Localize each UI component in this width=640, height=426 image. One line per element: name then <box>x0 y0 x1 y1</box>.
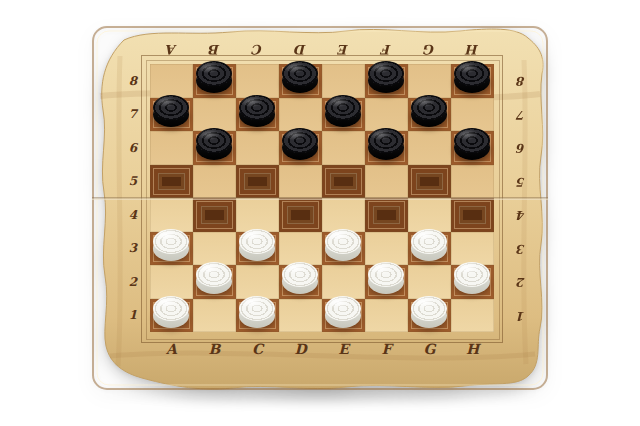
square-a6[interactable] <box>150 131 193 165</box>
file-label-bottom-A: A <box>150 338 193 360</box>
square-d2[interactable] <box>279 265 322 299</box>
square-g2[interactable] <box>408 265 451 299</box>
square-e2[interactable] <box>322 265 365 299</box>
square-f8[interactable] <box>365 64 408 98</box>
file-label-bottom-E: E <box>322 338 365 360</box>
rank-label-left-5: 5 <box>122 165 144 199</box>
square-f4[interactable] <box>365 198 408 232</box>
square-c1[interactable] <box>236 299 279 333</box>
square-a3[interactable] <box>150 232 193 266</box>
square-e1[interactable] <box>322 299 365 333</box>
black-piece-h8[interactable] <box>454 61 490 94</box>
black-piece-c7[interactable] <box>239 95 275 128</box>
black-piece-a7[interactable] <box>153 95 189 128</box>
square-d1[interactable] <box>279 299 322 333</box>
rank-label-right-8: 8 <box>510 64 532 98</box>
white-piece-e3[interactable] <box>325 229 361 262</box>
black-piece-f8[interactable] <box>368 61 404 94</box>
rank-label-left-3: 3 <box>122 232 144 266</box>
white-piece-c3[interactable] <box>239 229 275 262</box>
file-labels-bottom: ABCDEFGH <box>150 338 494 360</box>
square-g8[interactable] <box>408 64 451 98</box>
square-b7[interactable] <box>193 98 236 132</box>
rank-label-left-2: 2 <box>122 265 144 299</box>
square-a7[interactable] <box>150 98 193 132</box>
square-b3[interactable] <box>193 232 236 266</box>
square-d5[interactable] <box>279 165 322 199</box>
white-piece-d2[interactable] <box>282 262 318 295</box>
rank-label-left-1: 1 <box>122 299 144 333</box>
black-piece-f6[interactable] <box>368 128 404 161</box>
file-label-top-G: G <box>408 38 451 62</box>
square-h2[interactable] <box>451 265 494 299</box>
square-h5[interactable] <box>451 165 494 199</box>
file-label-top-H: H <box>451 38 494 62</box>
square-h1[interactable] <box>451 299 494 333</box>
square-c2[interactable] <box>236 265 279 299</box>
white-piece-e1[interactable] <box>325 296 361 329</box>
square-a4[interactable] <box>150 198 193 232</box>
square-g7[interactable] <box>408 98 451 132</box>
square-a2[interactable] <box>150 265 193 299</box>
square-f5[interactable] <box>365 165 408 199</box>
white-piece-g3[interactable] <box>411 229 447 262</box>
black-piece-d6[interactable] <box>282 128 318 161</box>
black-piece-h6[interactable] <box>454 128 490 161</box>
white-piece-a3[interactable] <box>153 229 189 262</box>
rank-label-right-6: 6 <box>510 131 532 165</box>
rank-label-left-6: 6 <box>122 131 144 165</box>
square-d8[interactable] <box>279 64 322 98</box>
file-label-bottom-C: C <box>236 338 279 360</box>
black-piece-d8[interactable] <box>282 61 318 94</box>
white-piece-b2[interactable] <box>196 262 232 295</box>
rank-label-right-7: 7 <box>510 98 532 132</box>
white-piece-f2[interactable] <box>368 262 404 295</box>
file-label-bottom-B: B <box>193 338 236 360</box>
square-h4[interactable] <box>451 198 494 232</box>
square-d7[interactable] <box>279 98 322 132</box>
black-piece-g7[interactable] <box>411 95 447 128</box>
file-label-top-C: C <box>236 38 279 62</box>
rank-label-right-3: 3 <box>510 232 532 266</box>
board-fold-seam <box>92 197 548 200</box>
square-e6[interactable] <box>322 131 365 165</box>
square-c5[interactable] <box>236 165 279 199</box>
wood-grain-streak <box>118 56 120 366</box>
square-d6[interactable] <box>279 131 322 165</box>
rank-label-left-8: 8 <box>122 64 144 98</box>
square-c8[interactable] <box>236 64 279 98</box>
square-h6[interactable] <box>451 131 494 165</box>
square-g6[interactable] <box>408 131 451 165</box>
square-b2[interactable] <box>193 265 236 299</box>
white-piece-h2[interactable] <box>454 262 490 295</box>
file-label-top-D: D <box>279 38 322 62</box>
square-g5[interactable] <box>408 165 451 199</box>
file-label-top-E: E <box>322 38 365 62</box>
square-b1[interactable] <box>193 299 236 333</box>
square-c7[interactable] <box>236 98 279 132</box>
file-label-bottom-H: H <box>451 338 494 360</box>
rank-label-right-2: 2 <box>510 265 532 299</box>
file-label-bottom-G: G <box>408 338 451 360</box>
square-c6[interactable] <box>236 131 279 165</box>
rank-label-right-4: 4 <box>510 198 532 232</box>
square-e3[interactable] <box>322 232 365 266</box>
square-f2[interactable] <box>365 265 408 299</box>
white-piece-c1[interactable] <box>239 296 275 329</box>
file-label-top-F: F <box>365 38 408 62</box>
square-b6[interactable] <box>193 131 236 165</box>
square-a8[interactable] <box>150 64 193 98</box>
square-a1[interactable] <box>150 299 193 333</box>
white-piece-g1[interactable] <box>411 296 447 329</box>
square-b5[interactable] <box>193 165 236 199</box>
white-piece-a1[interactable] <box>153 296 189 329</box>
square-f6[interactable] <box>365 131 408 165</box>
file-labels-top: ABCDEFGH <box>150 38 494 62</box>
rank-label-left-4: 4 <box>122 198 144 232</box>
rank-label-left-7: 7 <box>122 98 144 132</box>
file-label-top-A: A <box>150 38 193 62</box>
checkers-board: ABCDEFGH ABCDEFGH 87654321 87654321 <box>80 16 560 406</box>
square-f1[interactable] <box>365 299 408 333</box>
square-h3[interactable] <box>451 232 494 266</box>
file-label-bottom-D: D <box>279 338 322 360</box>
square-e8[interactable] <box>322 64 365 98</box>
square-b4[interactable] <box>193 198 236 232</box>
square-g1[interactable] <box>408 299 451 333</box>
square-e4[interactable] <box>322 198 365 232</box>
square-e5[interactable] <box>322 165 365 199</box>
square-e7[interactable] <box>322 98 365 132</box>
square-d3[interactable] <box>279 232 322 266</box>
square-b8[interactable] <box>193 64 236 98</box>
rank-label-right-1: 1 <box>510 299 532 333</box>
file-label-bottom-F: F <box>365 338 408 360</box>
square-h7[interactable] <box>451 98 494 132</box>
black-piece-b8[interactable] <box>196 61 232 94</box>
square-f3[interactable] <box>365 232 408 266</box>
square-c4[interactable] <box>236 198 279 232</box>
black-piece-b6[interactable] <box>196 128 232 161</box>
square-d4[interactable] <box>279 198 322 232</box>
square-h8[interactable] <box>451 64 494 98</box>
square-f7[interactable] <box>365 98 408 132</box>
file-label-top-B: B <box>193 38 236 62</box>
black-piece-e7[interactable] <box>325 95 361 128</box>
square-g4[interactable] <box>408 198 451 232</box>
square-a5[interactable] <box>150 165 193 199</box>
rank-label-right-5: 5 <box>510 165 532 199</box>
square-g3[interactable] <box>408 232 451 266</box>
square-c3[interactable] <box>236 232 279 266</box>
